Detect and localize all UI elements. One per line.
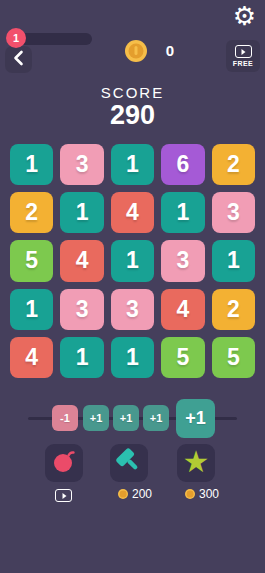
score-value: 290 — [0, 100, 265, 131]
coin-count: 0 — [158, 42, 182, 59]
tile-r5c5[interactable]: 5 — [212, 337, 255, 378]
score-label: SCORE — [0, 84, 265, 101]
star-cost-value: 300 — [199, 487, 219, 501]
hammer-cost: 200 — [118, 488, 152, 500]
tile-r3c1[interactable]: 5 — [10, 240, 53, 281]
powerups-bar: ★ 200 300 — [0, 444, 265, 514]
tile-r3c3[interactable]: 1 — [111, 240, 154, 281]
tile-r4c1[interactable]: 1 — [10, 289, 53, 330]
level-badge: 1 — [6, 28, 26, 48]
tile-r1c5[interactable]: 2 — [212, 144, 255, 185]
tile-r4c5[interactable]: 2 — [212, 289, 255, 330]
slider-button-plus1-4[interactable]: +1 — [176, 399, 215, 438]
settings-gear-icon[interactable]: ⚙ — [233, 1, 256, 31]
video-ad-icon — [235, 45, 252, 58]
tile-r3c4[interactable]: 3 — [161, 240, 204, 281]
tile-r1c4[interactable]: 6 — [161, 144, 204, 185]
tile-r2c2[interactable]: 1 — [60, 192, 103, 233]
hammer-icon — [116, 448, 142, 478]
free-label: FREE — [233, 60, 253, 67]
bomb-icon — [51, 448, 77, 478]
star-cost: 300 — [185, 488, 219, 500]
tile-r4c4[interactable]: 4 — [161, 289, 204, 330]
star-powerup-button[interactable]: ★ — [177, 444, 215, 482]
hammer-cost-value: 200 — [132, 487, 152, 501]
level-progress-bar — [17, 33, 92, 45]
tile-r4c3[interactable]: 3 — [111, 289, 154, 330]
coin-icon — [125, 40, 147, 62]
tile-r5c4[interactable]: 5 — [161, 337, 204, 378]
slider-button-plus1-3[interactable]: +1 — [143, 405, 169, 431]
tile-r1c2[interactable]: 3 — [60, 144, 103, 185]
slider-button-minus1[interactable]: -1 — [52, 405, 78, 431]
tile-r3c5[interactable]: 1 — [212, 240, 255, 281]
tile-r2c3[interactable]: 4 — [111, 192, 154, 233]
star-icon: ★ — [183, 447, 210, 477]
game-screen: 1 ⚙ 0 FREE SCORE 290 1316221413541311334… — [0, 0, 265, 573]
tile-r2c1[interactable]: 2 — [10, 192, 53, 233]
free-coins-button[interactable]: FREE — [226, 40, 260, 72]
tile-r1c3[interactable]: 1 — [111, 144, 154, 185]
chevron-left-icon — [13, 50, 24, 70]
coin-icon — [118, 489, 128, 499]
coin-icon — [185, 489, 195, 499]
slider-button-plus1-1[interactable]: +1 — [83, 405, 109, 431]
tile-r2c4[interactable]: 1 — [161, 192, 204, 233]
tile-r1c1[interactable]: 1 — [10, 144, 53, 185]
board-grid: 1316221413541311334241155 — [10, 144, 255, 378]
slider-row: -1+1+1+1+1 — [0, 398, 265, 442]
tile-r4c2[interactable]: 3 — [60, 289, 103, 330]
slider-button-plus1-2[interactable]: +1 — [113, 405, 139, 431]
tile-r2c5[interactable]: 3 — [212, 192, 255, 233]
tile-r5c2[interactable]: 1 — [60, 337, 103, 378]
hammer-powerup-button[interactable] — [110, 444, 148, 482]
tile-r3c2[interactable]: 4 — [60, 240, 103, 281]
back-button[interactable] — [5, 46, 32, 73]
tile-r5c1[interactable]: 4 — [10, 337, 53, 378]
tile-r5c3[interactable]: 1 — [111, 337, 154, 378]
bomb-powerup-button[interactable] — [45, 444, 83, 482]
bomb-ad-icon[interactable] — [55, 489, 72, 502]
